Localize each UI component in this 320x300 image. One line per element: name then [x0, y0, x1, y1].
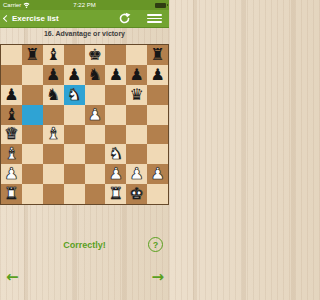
black-rook: ♜	[25, 47, 39, 63]
white-pawn: ♟	[88, 107, 102, 123]
black-bishop: ♝	[46, 47, 60, 63]
square-c8[interactable]: ♝	[43, 45, 64, 65]
black-bishop: ♝	[4, 107, 18, 123]
nav-bar: Exercise list	[0, 10, 169, 28]
square-e2[interactable]	[85, 164, 106, 184]
square-c4[interactable]: ♝	[43, 125, 64, 145]
square-e6[interactable]	[85, 85, 106, 105]
square-c1[interactable]	[43, 184, 64, 204]
square-c2[interactable]	[43, 164, 64, 184]
square-a2[interactable]: ♟	[1, 164, 22, 184]
white-pawn: ♟	[150, 166, 164, 182]
square-c3[interactable]	[43, 144, 64, 164]
square-f2[interactable]: ♟	[105, 164, 126, 184]
square-e5[interactable]: ♟	[85, 105, 106, 125]
next-exercise-button[interactable]: →	[151, 270, 164, 285]
square-g5[interactable]	[126, 105, 147, 125]
white-rook: ♜	[4, 186, 18, 202]
square-a8[interactable]	[1, 45, 22, 65]
square-g2[interactable]: ♟	[126, 164, 147, 184]
square-b4[interactable]	[22, 125, 43, 145]
square-a4[interactable]: ♛	[1, 125, 22, 145]
square-f5[interactable]	[105, 105, 126, 125]
status-bar: 7:22 PM Carrier	[0, 0, 169, 10]
help-button[interactable]: ?	[148, 237, 163, 252]
white-pawn: ♟	[109, 166, 123, 182]
back-button-label: Exercise list	[12, 14, 59, 23]
white-knight: ♞	[109, 146, 123, 162]
square-d5[interactable]	[64, 105, 85, 125]
black-pawn: ♟	[46, 67, 60, 83]
square-b5[interactable]	[22, 105, 43, 125]
back-button[interactable]: Exercise list	[4, 14, 59, 23]
square-b1[interactable]	[22, 184, 43, 204]
black-pawn: ♟	[150, 67, 164, 83]
square-g4[interactable]	[126, 125, 147, 145]
square-e8[interactable]: ♚	[85, 45, 106, 65]
square-d2[interactable]	[64, 164, 85, 184]
white-queen: ♛	[4, 126, 18, 142]
square-c7[interactable]: ♟	[43, 65, 64, 85]
black-knight: ♞	[46, 87, 60, 103]
square-f7[interactable]: ♟	[105, 65, 126, 85]
square-d7[interactable]: ♟	[64, 65, 85, 85]
square-f8[interactable]	[105, 45, 126, 65]
square-f1[interactable]: ♜	[105, 184, 126, 204]
square-h4[interactable]	[147, 125, 168, 145]
square-h1[interactable]	[147, 184, 168, 204]
square-b8[interactable]: ♜	[22, 45, 43, 65]
square-a1[interactable]: ♜	[1, 184, 22, 204]
square-h3[interactable]	[147, 144, 168, 164]
question-mark-icon: ?	[153, 240, 159, 250]
square-h6[interactable]	[147, 85, 168, 105]
square-b6[interactable]	[22, 85, 43, 105]
hamburger-menu-icon	[147, 14, 162, 23]
black-knight: ♞	[88, 67, 102, 83]
square-d1[interactable]	[64, 184, 85, 204]
square-e4[interactable]	[85, 125, 106, 145]
square-e1[interactable]	[85, 184, 106, 204]
square-d6[interactable]: ♞	[64, 85, 85, 105]
black-king: ♚	[88, 47, 102, 63]
square-h7[interactable]: ♟	[147, 65, 168, 85]
square-g6[interactable]: ♛	[126, 85, 147, 105]
square-h2[interactable]: ♟	[147, 164, 168, 184]
white-king: ♚	[130, 186, 144, 202]
black-pawn: ♟	[130, 67, 144, 83]
white-knight: ♞	[67, 87, 81, 103]
menu-button[interactable]	[147, 14, 169, 23]
chess-board: ♜♝♚♜♟♟♞♟♟♟♟♞♞♛♝♟♛♝♝♞♟♟♟♟♜♜♚	[0, 44, 169, 205]
square-d4[interactable]	[64, 125, 85, 145]
square-h5[interactable]	[147, 105, 168, 125]
square-g7[interactable]: ♟	[126, 65, 147, 85]
square-b3[interactable]	[22, 144, 43, 164]
white-bishop: ♝	[46, 126, 60, 142]
white-pawn: ♟	[130, 166, 144, 182]
square-a5[interactable]: ♝	[1, 105, 22, 125]
refresh-icon	[118, 12, 131, 25]
black-pawn: ♟	[67, 67, 81, 83]
square-g3[interactable]	[126, 144, 147, 164]
square-b7[interactable]	[22, 65, 43, 85]
square-d3[interactable]	[64, 144, 85, 164]
square-a7[interactable]	[1, 65, 22, 85]
black-rook: ♜	[150, 47, 164, 63]
square-h8[interactable]: ♜	[147, 45, 168, 65]
square-f3[interactable]: ♞	[105, 144, 126, 164]
square-f4[interactable]	[105, 125, 126, 145]
square-e7[interactable]: ♞	[85, 65, 106, 85]
square-c6[interactable]: ♞	[43, 85, 64, 105]
square-g8[interactable]	[126, 45, 147, 65]
square-c5[interactable]	[43, 105, 64, 125]
white-bishop: ♝	[4, 146, 18, 162]
chevron-left-icon	[3, 15, 10, 22]
black-pawn: ♟	[4, 87, 18, 103]
refresh-button[interactable]	[118, 12, 131, 25]
battery-icon	[155, 3, 166, 8]
clock: 7:22 PM	[0, 0, 169, 10]
white-rook: ♜	[109, 186, 123, 202]
square-e3[interactable]	[85, 144, 106, 164]
exercise-title: 16. Advantage or victory	[0, 30, 169, 37]
black-queen: ♛	[130, 87, 144, 103]
square-a6[interactable]: ♟	[1, 85, 22, 105]
previous-exercise-button[interactable]: ←	[6, 270, 19, 285]
feedback-message: Correctly!	[0, 240, 169, 250]
square-g1[interactable]: ♚	[126, 184, 147, 204]
black-pawn: ♟	[109, 67, 123, 83]
square-a3[interactable]: ♝	[1, 144, 22, 164]
square-b2[interactable]	[22, 164, 43, 184]
square-f6[interactable]	[105, 85, 126, 105]
white-pawn: ♟	[4, 166, 18, 182]
square-d8[interactable]	[64, 45, 85, 65]
